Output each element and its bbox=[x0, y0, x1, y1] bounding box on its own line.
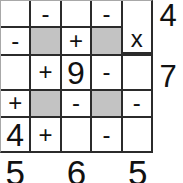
cell-r1c1 bbox=[31, 28, 59, 53]
cell-r3c3 bbox=[92, 91, 120, 116]
col-target-5: 5 bbox=[122, 153, 153, 183]
cell-r1c3 bbox=[92, 28, 120, 53]
cell-r3c0: + bbox=[1, 91, 29, 116]
puzzle-board: - - - + x + 9 - + - - 4 + - bbox=[0, 0, 153, 153]
cell-r1c0: - bbox=[1, 28, 29, 53]
cell-r4c1: + bbox=[31, 118, 59, 151]
col-targets: 5 6 5 bbox=[0, 153, 153, 183]
cell-r1c4: x bbox=[123, 26, 151, 51]
cell-r2c2: 9 bbox=[62, 56, 90, 89]
cell-r0c4[interactable] bbox=[123, 1, 151, 26]
cell-r3c2: - bbox=[62, 91, 90, 116]
col-target-1: 5 bbox=[0, 153, 31, 183]
cell-r2c1: + bbox=[31, 56, 59, 89]
cell-r3c4: - bbox=[123, 91, 151, 116]
cell-r0c2[interactable] bbox=[62, 1, 90, 26]
cell-r0c1: - bbox=[31, 1, 59, 26]
row-target-2 bbox=[153, 31, 183, 61]
cell-r0c3: - bbox=[92, 1, 120, 26]
col-target-4 bbox=[92, 153, 123, 183]
row-target-3: 7 bbox=[153, 61, 183, 92]
cell-r4c3: - bbox=[92, 118, 120, 151]
cell-r1c2: + bbox=[62, 28, 90, 53]
row-targets: 4 7 bbox=[153, 0, 183, 153]
cell-r4c2[interactable] bbox=[62, 118, 90, 151]
cell-r4c4[interactable] bbox=[123, 118, 151, 151]
cell-r4c0: 4 bbox=[1, 118, 29, 151]
col-target-2 bbox=[31, 153, 62, 183]
row-target-5 bbox=[153, 123, 183, 153]
cell-r2c3: - bbox=[92, 56, 120, 89]
cell-r2c0[interactable] bbox=[1, 56, 29, 89]
row-target-4 bbox=[153, 92, 183, 122]
crossmath-puzzle: - - - + x + 9 - + - - 4 + - 4 7 5 6 bbox=[0, 0, 183, 183]
cell-r0c0[interactable] bbox=[1, 1, 29, 26]
cell-r3c1 bbox=[31, 91, 59, 116]
col-target-3: 6 bbox=[61, 153, 92, 183]
cell-r2c4[interactable] bbox=[123, 56, 151, 89]
row-target-1: 4 bbox=[153, 0, 183, 31]
